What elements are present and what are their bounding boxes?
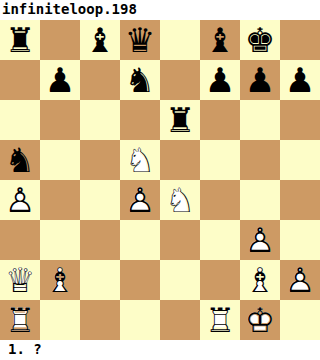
square-f6[interactable] <box>200 100 240 140</box>
piece-white-bishop: ♝♗ <box>240 260 280 300</box>
piece-fill: ♝ <box>200 20 240 60</box>
square-e5[interactable] <box>160 140 200 180</box>
piece-black-bishop: ♝ <box>200 20 240 60</box>
square-f1[interactable]: ♜♖ <box>200 300 240 340</box>
square-a4[interactable]: ♟♙ <box>0 180 40 220</box>
square-e6[interactable]: ♜ <box>160 100 200 140</box>
square-e3[interactable] <box>160 220 200 260</box>
square-c3[interactable] <box>80 220 120 260</box>
chess-board: ♜♝♛♝♚♟♞♟♟♟♜♞♞♘♟♙♟♙♞♘♟♙♛♕♝♗♝♗♟♙♜♖♜♖♚♔ <box>0 20 320 340</box>
piece-outline: ♘ <box>160 180 200 220</box>
square-h2[interactable]: ♟♙ <box>280 260 320 300</box>
square-c1[interactable] <box>80 300 120 340</box>
piece-fill: ♞ <box>0 140 40 180</box>
piece-black-rook: ♜ <box>0 20 40 60</box>
piece-black-king: ♚ <box>240 20 280 60</box>
square-g5[interactable] <box>240 140 280 180</box>
piece-white-rook: ♜♖ <box>200 300 240 340</box>
square-d6[interactable] <box>120 100 160 140</box>
square-a3[interactable] <box>0 220 40 260</box>
square-f5[interactable] <box>200 140 240 180</box>
piece-fill: ♟ <box>240 60 280 100</box>
piece-outline: ♖ <box>200 300 240 340</box>
square-d1[interactable] <box>120 300 160 340</box>
square-g7[interactable]: ♟ <box>240 60 280 100</box>
square-d4[interactable]: ♟♙ <box>120 180 160 220</box>
square-d5[interactable]: ♞♘ <box>120 140 160 180</box>
piece-white-pawn: ♟♙ <box>120 180 160 220</box>
square-h4[interactable] <box>280 180 320 220</box>
piece-black-pawn: ♟ <box>280 60 320 100</box>
square-g8[interactable]: ♚ <box>240 20 280 60</box>
square-a2[interactable]: ♛♕ <box>0 260 40 300</box>
square-c8[interactable]: ♝ <box>80 20 120 60</box>
square-h8[interactable] <box>280 20 320 60</box>
piece-fill: ♟ <box>200 60 240 100</box>
square-b7[interactable]: ♟ <box>40 60 80 100</box>
square-h7[interactable]: ♟ <box>280 60 320 100</box>
square-f4[interactable] <box>200 180 240 220</box>
piece-black-queen: ♛ <box>120 20 160 60</box>
square-f7[interactable]: ♟ <box>200 60 240 100</box>
square-d7[interactable]: ♞ <box>120 60 160 100</box>
square-b5[interactable] <box>40 140 80 180</box>
square-b4[interactable] <box>40 180 80 220</box>
piece-white-bishop: ♝♗ <box>40 260 80 300</box>
piece-white-pawn: ♟♙ <box>240 220 280 260</box>
square-g3[interactable]: ♟♙ <box>240 220 280 260</box>
piece-fill: ♞ <box>120 60 160 100</box>
piece-black-knight: ♞ <box>0 140 40 180</box>
piece-fill: ♝ <box>80 20 120 60</box>
square-g4[interactable] <box>240 180 280 220</box>
piece-outline: ♙ <box>120 180 160 220</box>
piece-outline: ♘ <box>120 140 160 180</box>
piece-fill: ♛ <box>120 20 160 60</box>
square-a1[interactable]: ♜♖ <box>0 300 40 340</box>
piece-white-pawn: ♟♙ <box>280 260 320 300</box>
piece-white-king: ♚♔ <box>240 300 280 340</box>
piece-outline: ♕ <box>0 260 40 300</box>
piece-outline: ♗ <box>40 260 80 300</box>
square-e7[interactable] <box>160 60 200 100</box>
square-a7[interactable] <box>0 60 40 100</box>
piece-white-knight: ♞♘ <box>160 180 200 220</box>
piece-black-bishop: ♝ <box>80 20 120 60</box>
piece-outline: ♖ <box>0 300 40 340</box>
piece-white-pawn: ♟♙ <box>0 180 40 220</box>
square-f2[interactable] <box>200 260 240 300</box>
square-c6[interactable] <box>80 100 120 140</box>
square-f3[interactable] <box>200 220 240 260</box>
square-g2[interactable]: ♝♗ <box>240 260 280 300</box>
piece-white-queen: ♛♕ <box>0 260 40 300</box>
square-g1[interactable]: ♚♔ <box>240 300 280 340</box>
piece-fill: ♜ <box>0 20 40 60</box>
square-a8[interactable]: ♜ <box>0 20 40 60</box>
piece-black-pawn: ♟ <box>240 60 280 100</box>
piece-black-pawn: ♟ <box>200 60 240 100</box>
square-e1[interactable] <box>160 300 200 340</box>
move-prompt: 1. ? <box>0 340 320 360</box>
piece-black-rook: ♜ <box>160 100 200 140</box>
piece-outline: ♗ <box>240 260 280 300</box>
square-b1[interactable] <box>40 300 80 340</box>
piece-black-pawn: ♟ <box>40 60 80 100</box>
square-h5[interactable] <box>280 140 320 180</box>
piece-fill: ♟ <box>40 60 80 100</box>
square-c4[interactable] <box>80 180 120 220</box>
square-h3[interactable] <box>280 220 320 260</box>
square-a6[interactable] <box>0 100 40 140</box>
square-d3[interactable] <box>120 220 160 260</box>
square-e4[interactable]: ♞♘ <box>160 180 200 220</box>
square-b2[interactable]: ♝♗ <box>40 260 80 300</box>
square-e2[interactable] <box>160 260 200 300</box>
square-d8[interactable]: ♛ <box>120 20 160 60</box>
square-a5[interactable]: ♞ <box>0 140 40 180</box>
piece-outline: ♙ <box>0 180 40 220</box>
square-c7[interactable] <box>80 60 120 100</box>
square-h1[interactable] <box>280 300 320 340</box>
piece-fill: ♟ <box>280 60 320 100</box>
square-b6[interactable] <box>40 100 80 140</box>
square-g6[interactable] <box>240 100 280 140</box>
piece-outline: ♙ <box>240 220 280 260</box>
square-b8[interactable] <box>40 20 80 60</box>
square-d2[interactable] <box>120 260 160 300</box>
piece-black-knight: ♞ <box>120 60 160 100</box>
piece-outline: ♔ <box>240 300 280 340</box>
square-e8[interactable] <box>160 20 200 60</box>
piece-fill: ♜ <box>160 100 200 140</box>
square-f8[interactable]: ♝ <box>200 20 240 60</box>
window-title: infiniteloop.198 <box>0 0 320 20</box>
square-c5[interactable] <box>80 140 120 180</box>
piece-fill: ♚ <box>240 20 280 60</box>
square-c2[interactable] <box>80 260 120 300</box>
square-b3[interactable] <box>40 220 80 260</box>
piece-outline: ♙ <box>280 260 320 300</box>
square-h6[interactable] <box>280 100 320 140</box>
piece-white-knight: ♞♘ <box>120 140 160 180</box>
piece-white-rook: ♜♖ <box>0 300 40 340</box>
